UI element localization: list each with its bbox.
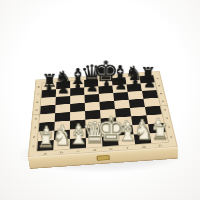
square-d7: ♟	[84, 86, 99, 95]
square-g1: ♞	[134, 133, 152, 144]
square-e7: ♟	[98, 85, 113, 94]
black-pawn-piece: ♟	[114, 78, 127, 92]
black-pawn-piece: ♟	[57, 82, 70, 96]
square-g7: ♟	[127, 83, 142, 91]
chess-board: ♜♞♝♛♚♝♞♜♟♟♟♟♟♟♟♟♟♟♟♟♟♟♟♟♜♞♝♛♚♝♞♜ aabbccd…	[28, 71, 178, 157]
black-pawn-piece: ♟	[128, 77, 141, 91]
chess-set-photo: ♜♞♝♛♚♝♞♜♟♟♟♟♟♟♟♟♟♟♟♟♟♟♟♟♜♞♝♛♚♝♞♜ aabbccd…	[0, 0, 200, 200]
square-b5	[55, 104, 70, 113]
square-a7: ♟	[41, 89, 56, 98]
square-h7: ♟	[141, 82, 157, 90]
square-h1: ♜	[150, 132, 168, 143]
square-f1: ♝	[118, 135, 135, 146]
square-c7: ♟	[70, 87, 84, 96]
board-squares: ♜♞♝♛♚♝♞♜♟♟♟♟♟♟♟♟♟♟♟♟♟♟♟♟♜♞♝♛♚♝♞♜	[37, 75, 168, 151]
black-pawn-piece: ♟	[85, 80, 98, 94]
black-pawn-piece: ♟	[42, 83, 55, 97]
brass-latch-icon	[97, 155, 111, 161]
black-pawn-piece: ♟	[71, 81, 84, 95]
black-pawn-piece: ♟	[143, 76, 156, 90]
square-d6	[85, 94, 100, 103]
scene: ♜♞♝♛♚♝♞♜♟♟♟♟♟♟♟♟♟♟♟♟♟♟♟♟♜♞♝♛♚♝♞♜ aabbccd…	[0, 0, 200, 200]
square-b7: ♟	[56, 88, 70, 97]
square-f7: ♟	[112, 84, 127, 93]
square-a5	[40, 105, 55, 114]
square-h5	[143, 98, 159, 107]
square-f5	[114, 100, 130, 109]
black-pawn-piece: ♟	[100, 79, 113, 93]
white-rook-piece: ♜	[150, 122, 169, 143]
